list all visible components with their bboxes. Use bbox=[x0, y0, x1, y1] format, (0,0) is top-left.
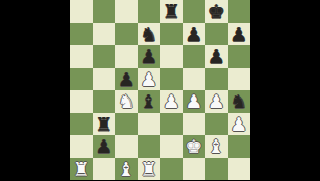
white-bishop-icon: ♝ bbox=[208, 135, 225, 158]
square-g2[interactable]: ♝ bbox=[205, 135, 228, 158]
square-d5[interactable]: ♟ bbox=[138, 68, 161, 91]
chess-board: ♜♚♞♟♟♟♟♟♟♞♝♟♟♟♞♜♟♟♚♝♜♝♜ bbox=[70, 0, 250, 180]
square-e5[interactable] bbox=[160, 68, 183, 91]
square-e4[interactable]: ♟ bbox=[160, 90, 183, 113]
square-f6[interactable] bbox=[183, 45, 206, 68]
square-b2[interactable]: ♟ bbox=[93, 135, 116, 158]
square-c8[interactable] bbox=[115, 0, 138, 23]
white-rook-icon: ♜ bbox=[73, 158, 90, 181]
square-g3[interactable] bbox=[205, 113, 228, 136]
square-b4[interactable] bbox=[93, 90, 116, 113]
square-b3[interactable]: ♜ bbox=[93, 113, 116, 136]
square-a6[interactable] bbox=[70, 45, 93, 68]
white-pawn-icon: ♟ bbox=[230, 113, 247, 136]
black-knight-icon: ♞ bbox=[140, 23, 157, 46]
square-h8[interactable] bbox=[228, 0, 251, 23]
square-e7[interactable] bbox=[160, 23, 183, 46]
white-king-icon: ♚ bbox=[185, 135, 202, 158]
chess-thumbnail-stage: ♜♚♞♟♟♟♟♟♟♞♝♟♟♟♞♜♟♟♚♝♜♝♜ bbox=[0, 0, 320, 180]
white-pawn-icon: ♟ bbox=[140, 68, 157, 91]
square-a3[interactable] bbox=[70, 113, 93, 136]
square-e1[interactable] bbox=[160, 158, 183, 181]
black-bishop-icon: ♝ bbox=[140, 90, 157, 113]
black-knight-icon: ♞ bbox=[230, 90, 247, 113]
black-king-icon: ♚ bbox=[208, 0, 225, 23]
black-pawn-icon: ♟ bbox=[95, 135, 112, 158]
square-c6[interactable] bbox=[115, 45, 138, 68]
white-pawn-icon: ♟ bbox=[208, 90, 225, 113]
square-d1[interactable]: ♜ bbox=[138, 158, 161, 181]
square-h4[interactable]: ♞ bbox=[228, 90, 251, 113]
square-e6[interactable] bbox=[160, 45, 183, 68]
square-f5[interactable] bbox=[183, 68, 206, 91]
square-b1[interactable] bbox=[93, 158, 116, 181]
square-d4[interactable]: ♝ bbox=[138, 90, 161, 113]
square-f2[interactable]: ♚ bbox=[183, 135, 206, 158]
square-g1[interactable] bbox=[205, 158, 228, 181]
white-pawn-icon: ♟ bbox=[163, 90, 180, 113]
square-b5[interactable] bbox=[93, 68, 116, 91]
square-c1[interactable]: ♝ bbox=[115, 158, 138, 181]
square-d8[interactable] bbox=[138, 0, 161, 23]
square-f1[interactable] bbox=[183, 158, 206, 181]
black-pawn-icon: ♟ bbox=[230, 23, 247, 46]
square-c2[interactable] bbox=[115, 135, 138, 158]
square-e8[interactable]: ♜ bbox=[160, 0, 183, 23]
black-rook-icon: ♜ bbox=[95, 113, 112, 136]
square-b8[interactable] bbox=[93, 0, 116, 23]
square-h3[interactable]: ♟ bbox=[228, 113, 251, 136]
square-g7[interactable] bbox=[205, 23, 228, 46]
black-pawn-icon: ♟ bbox=[208, 45, 225, 68]
square-f7[interactable]: ♟ bbox=[183, 23, 206, 46]
square-c3[interactable] bbox=[115, 113, 138, 136]
square-a8[interactable] bbox=[70, 0, 93, 23]
square-c5[interactable]: ♟ bbox=[115, 68, 138, 91]
square-g6[interactable]: ♟ bbox=[205, 45, 228, 68]
square-h1[interactable] bbox=[228, 158, 251, 181]
square-g4[interactable]: ♟ bbox=[205, 90, 228, 113]
right-letterbox-bar bbox=[250, 0, 320, 180]
square-d7[interactable]: ♞ bbox=[138, 23, 161, 46]
black-rook-icon: ♜ bbox=[163, 0, 180, 23]
square-e3[interactable] bbox=[160, 113, 183, 136]
square-e2[interactable] bbox=[160, 135, 183, 158]
black-pawn-icon: ♟ bbox=[185, 23, 202, 46]
square-a1[interactable]: ♜ bbox=[70, 158, 93, 181]
square-h7[interactable]: ♟ bbox=[228, 23, 251, 46]
square-f4[interactable]: ♟ bbox=[183, 90, 206, 113]
square-d6[interactable]: ♟ bbox=[138, 45, 161, 68]
white-pawn-icon: ♟ bbox=[185, 90, 202, 113]
square-c7[interactable] bbox=[115, 23, 138, 46]
square-a5[interactable] bbox=[70, 68, 93, 91]
black-pawn-icon: ♟ bbox=[118, 68, 135, 91]
white-rook-icon: ♜ bbox=[140, 158, 157, 181]
square-d2[interactable] bbox=[138, 135, 161, 158]
square-g5[interactable] bbox=[205, 68, 228, 91]
square-h5[interactable] bbox=[228, 68, 251, 91]
square-f8[interactable] bbox=[183, 0, 206, 23]
left-letterbox-bar bbox=[0, 0, 70, 180]
square-d3[interactable] bbox=[138, 113, 161, 136]
white-knight-icon: ♞ bbox=[118, 90, 135, 113]
square-b7[interactable] bbox=[93, 23, 116, 46]
square-a4[interactable] bbox=[70, 90, 93, 113]
square-a2[interactable] bbox=[70, 135, 93, 158]
square-b6[interactable] bbox=[93, 45, 116, 68]
black-pawn-icon: ♟ bbox=[140, 45, 157, 68]
square-h6[interactable] bbox=[228, 45, 251, 68]
square-g8[interactable]: ♚ bbox=[205, 0, 228, 23]
square-h2[interactable] bbox=[228, 135, 251, 158]
square-a7[interactable] bbox=[70, 23, 93, 46]
square-f3[interactable] bbox=[183, 113, 206, 136]
white-bishop-icon: ♝ bbox=[118, 158, 135, 181]
square-c4[interactable]: ♞ bbox=[115, 90, 138, 113]
